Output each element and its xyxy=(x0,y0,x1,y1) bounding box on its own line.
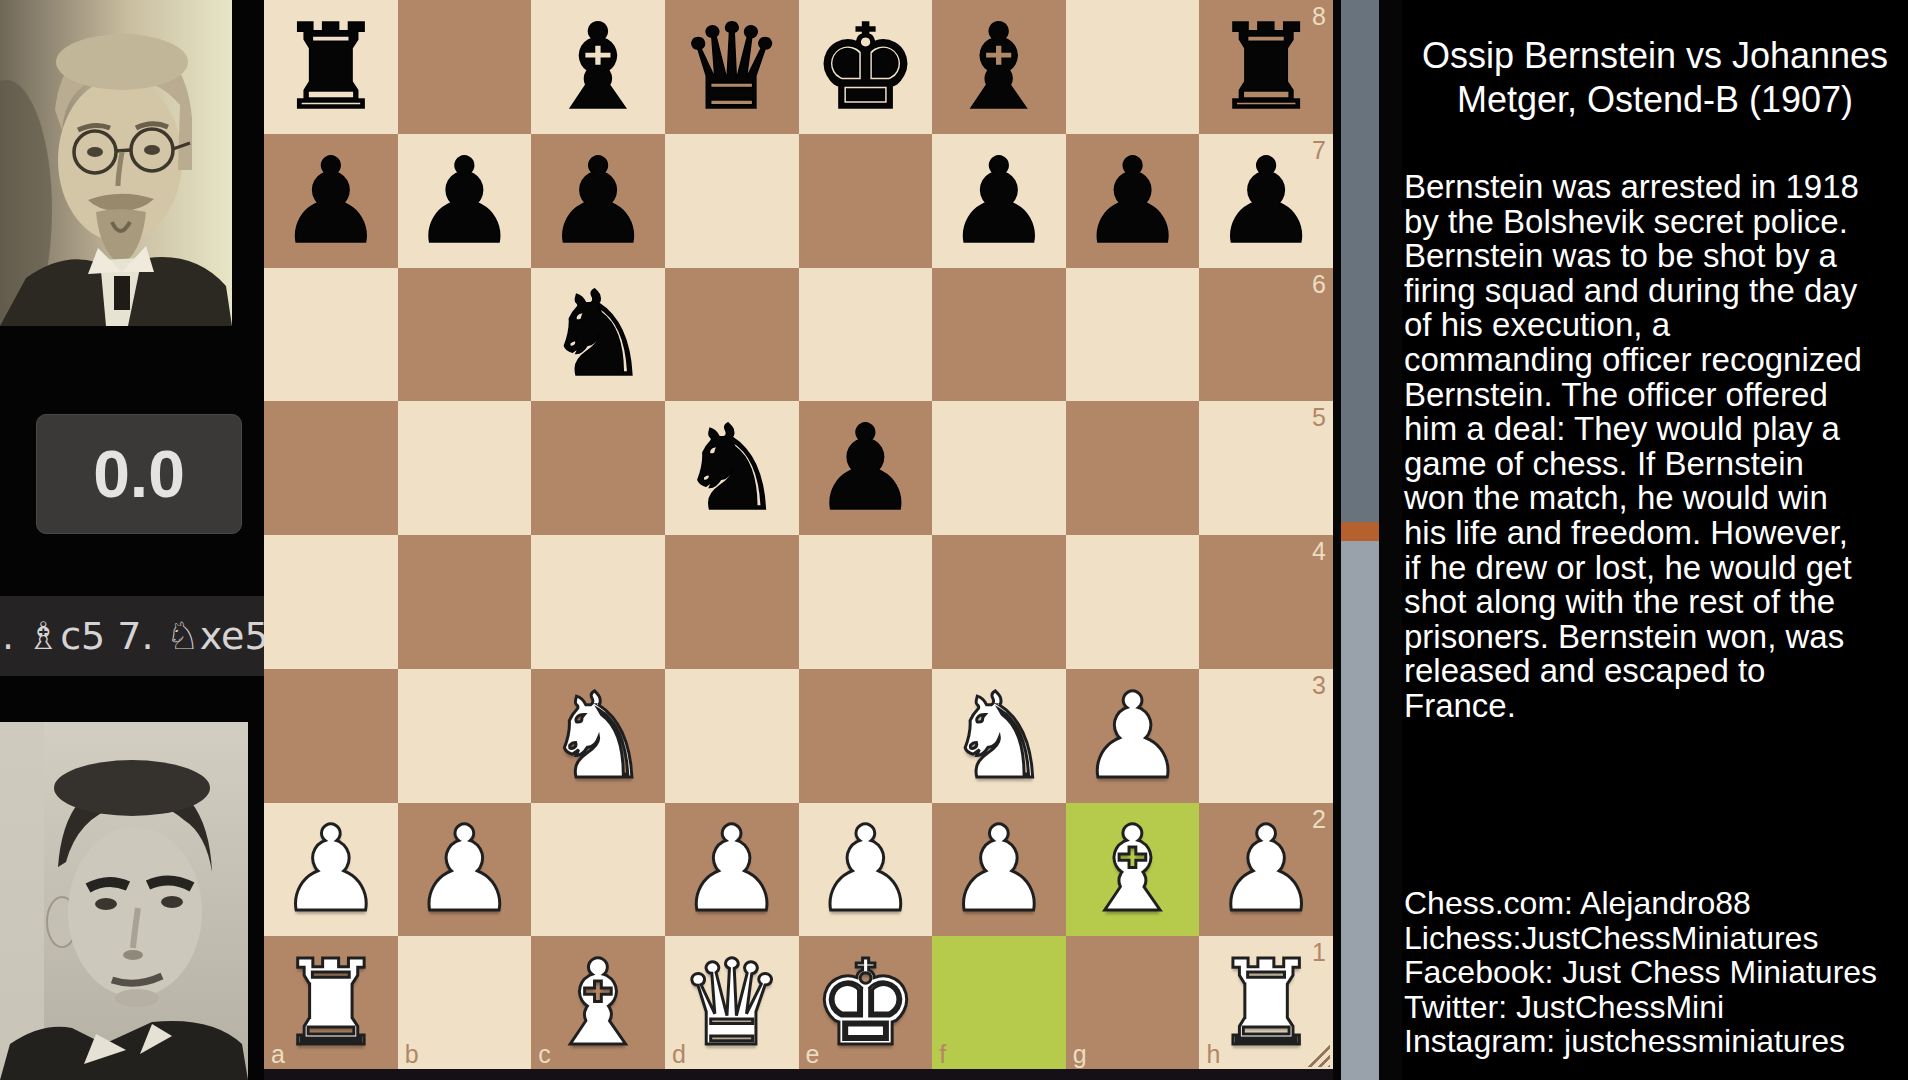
move-notation-bar[interactable]: . ♗c5 7. ♘xe5 ♗ xyxy=(0,596,264,676)
square-e6[interactable] xyxy=(799,268,933,402)
square-e4[interactable] xyxy=(799,535,933,669)
square-c1[interactable]: ♝c xyxy=(531,936,665,1070)
square-b5[interactable] xyxy=(398,401,532,535)
piece-black-rook-a8[interactable]: ♜ xyxy=(278,8,384,126)
piece-white-bishop-c1[interactable]: ♝ xyxy=(545,944,651,1062)
square-h8[interactable]: ♜8 xyxy=(1199,0,1333,134)
story-line: by the Bolshevik secret police. xyxy=(1404,205,1908,240)
piece-white-pawn-a2[interactable]: ♟ xyxy=(278,810,384,928)
story-line: commanding officer recognized xyxy=(1404,343,1908,378)
square-g7[interactable]: ♟ xyxy=(1066,134,1200,268)
piece-black-knight-c6[interactable]: ♞ xyxy=(545,275,651,393)
file-label-g: g xyxy=(1073,1042,1087,1067)
game-title-line1: Ossip Bernstein vs Johannes xyxy=(1402,34,1908,78)
file-label-f: f xyxy=(939,1042,946,1067)
square-e7[interactable] xyxy=(799,134,933,268)
square-g2[interactable]: ♝ xyxy=(1066,803,1200,937)
video-frame: 0.0 . ♗c5 7. ♘xe5 ♗ xyxy=(0,0,1908,1080)
square-f7[interactable]: ♟ xyxy=(932,134,1066,268)
square-e3[interactable] xyxy=(799,669,933,803)
piece-black-knight-d5[interactable]: ♞ xyxy=(679,409,785,527)
square-f5[interactable] xyxy=(932,401,1066,535)
square-f3[interactable]: ♞ xyxy=(932,669,1066,803)
square-b1[interactable]: b xyxy=(398,936,532,1070)
square-d4[interactable] xyxy=(665,535,799,669)
social-line: Chess.com: Alejandro88 xyxy=(1404,886,1908,921)
story-line: Bernstein. The officer offered xyxy=(1404,378,1908,413)
square-f4[interactable] xyxy=(932,535,1066,669)
engine-eval-value: 0.0 xyxy=(93,436,185,512)
square-a6[interactable] xyxy=(264,268,398,402)
move-notation-text: . ♗c5 7. ♘xe5 ♗ xyxy=(0,614,264,658)
piece-black-bishop-f8[interactable]: ♝ xyxy=(946,8,1052,126)
square-a1[interactable]: ♜a xyxy=(264,936,398,1070)
game-title: Ossip Bernstein vs Johannes Metger, Oste… xyxy=(1402,34,1908,122)
square-a4[interactable] xyxy=(264,535,398,669)
square-d2[interactable]: ♟ xyxy=(665,803,799,937)
story-line: if he drew or lost, he would get xyxy=(1404,551,1908,586)
square-g8[interactable] xyxy=(1066,0,1200,134)
rank-label-7: 7 xyxy=(1312,138,1326,163)
scrollbar-marker xyxy=(1341,522,1379,541)
piece-black-pawn-f7[interactable]: ♟ xyxy=(946,142,1052,260)
social-line: Lichess:JustChessMiniatures xyxy=(1404,921,1908,956)
square-e8[interactable]: ♚ xyxy=(799,0,933,134)
social-line: Instagram: justchessminiatures xyxy=(1404,1024,1908,1059)
square-d3[interactable] xyxy=(665,669,799,803)
piece-black-queen-d8[interactable]: ♛ xyxy=(679,8,785,126)
square-c3[interactable]: ♞ xyxy=(531,669,665,803)
scrollbar-track-top[interactable] xyxy=(1341,0,1379,522)
story-line: his life and freedom. However, xyxy=(1404,516,1908,551)
square-h2[interactable]: ♟2 xyxy=(1199,803,1333,937)
file-label-d: d xyxy=(672,1042,686,1067)
piece-black-pawn-h7[interactable]: ♟ xyxy=(1213,142,1319,260)
rank-label-6: 6 xyxy=(1312,272,1326,297)
piece-black-king-e8[interactable]: ♚ xyxy=(812,8,918,126)
bernstein-portrait-image xyxy=(0,722,248,1080)
piece-white-pawn-b2[interactable]: ♟ xyxy=(412,810,518,928)
square-a2[interactable]: ♟ xyxy=(264,803,398,937)
square-d1[interactable]: ♛d xyxy=(665,936,799,1070)
story-line: won the match, he would win xyxy=(1404,481,1908,516)
story-line: shot along with the rest of the xyxy=(1404,585,1908,620)
chess-board[interactable]: ♜♝♛♚♝♜8♟♟♟♟♟♟7♞6♞♟54♞♞♟3♟♟♟♟♟♝♟2♜ab♝c♛d♚… xyxy=(264,0,1333,1070)
square-a5[interactable] xyxy=(264,401,398,535)
story-line: Bernstein was to be shot by a xyxy=(1404,239,1908,274)
file-label-c: c xyxy=(538,1042,551,1067)
square-h7[interactable]: ♟7 xyxy=(1199,134,1333,268)
square-g1[interactable]: g xyxy=(1066,936,1200,1070)
square-h1[interactable]: ♜1h xyxy=(1199,936,1333,1070)
square-h4[interactable]: 4 xyxy=(1199,535,1333,669)
square-f8[interactable]: ♝ xyxy=(932,0,1066,134)
file-label-e: e xyxy=(806,1042,820,1067)
square-c8[interactable]: ♝ xyxy=(531,0,665,134)
square-b7[interactable]: ♟ xyxy=(398,134,532,268)
square-g5[interactable] xyxy=(1066,401,1200,535)
square-f2[interactable]: ♟ xyxy=(932,803,1066,937)
piece-white-queen-d1[interactable]: ♛ xyxy=(679,944,785,1062)
piece-white-pawn-g3[interactable]: ♟ xyxy=(1080,677,1186,795)
square-f1[interactable]: f xyxy=(932,936,1066,1070)
rank-label-2: 2 xyxy=(1312,807,1326,832)
piece-white-rook-a1[interactable]: ♜ xyxy=(278,944,384,1062)
square-b6[interactable] xyxy=(398,268,532,402)
square-c4[interactable] xyxy=(531,535,665,669)
square-c2[interactable] xyxy=(531,803,665,937)
piece-white-king-e1[interactable]: ♚ xyxy=(812,944,918,1062)
rank-label-1: 1 xyxy=(1312,940,1326,965)
piece-black-rook-h8[interactable]: ♜ xyxy=(1213,8,1319,126)
square-h3[interactable]: 3 xyxy=(1199,669,1333,803)
square-d6[interactable] xyxy=(665,268,799,402)
square-a8[interactable]: ♜ xyxy=(264,0,398,134)
piece-black-pawn-b7[interactable]: ♟ xyxy=(412,142,518,260)
story-line: of his execution, a xyxy=(1404,308,1908,343)
piece-white-bishop-g2[interactable]: ♝ xyxy=(1080,810,1186,928)
square-a7[interactable]: ♟ xyxy=(264,134,398,268)
square-d8[interactable]: ♛ xyxy=(665,0,799,134)
story-text: Bernstein was arrested in 1918by the Bol… xyxy=(1404,170,1908,724)
game-title-line2: Metger, Ostend-B (1907) xyxy=(1402,78,1908,122)
square-f6[interactable] xyxy=(932,268,1066,402)
square-b2[interactable]: ♟ xyxy=(398,803,532,937)
square-d5[interactable]: ♞ xyxy=(665,401,799,535)
info-panel: Ossip Bernstein vs Johannes Metger, Oste… xyxy=(1402,0,1908,1080)
square-e2[interactable]: ♟ xyxy=(799,803,933,937)
rank-label-4: 4 xyxy=(1312,539,1326,564)
engine-eval-box: 0.0 xyxy=(36,414,242,534)
piece-white-knight-f3[interactable]: ♞ xyxy=(946,677,1052,795)
social-line: Twitter: JustChessMini xyxy=(1404,990,1908,1025)
file-label-a: a xyxy=(271,1042,285,1067)
square-b8[interactable] xyxy=(398,0,532,134)
rank-label-3: 3 xyxy=(1312,673,1326,698)
square-b3[interactable] xyxy=(398,669,532,803)
file-label-h: h xyxy=(1206,1042,1220,1067)
square-g3[interactable]: ♟ xyxy=(1066,669,1200,803)
square-g6[interactable] xyxy=(1066,268,1200,402)
story-line: Bernstein was arrested in 1918 xyxy=(1404,170,1908,205)
story-line: game of chess. If Bernstein xyxy=(1404,447,1908,482)
square-c7[interactable]: ♟ xyxy=(531,134,665,268)
square-e1[interactable]: ♚e xyxy=(799,936,933,1070)
story-line: released and escaped to xyxy=(1404,654,1908,689)
story-line: France. xyxy=(1404,689,1908,724)
square-g4[interactable] xyxy=(1066,535,1200,669)
piece-black-pawn-a7[interactable]: ♟ xyxy=(278,142,384,260)
story-line: firing squad and during the day xyxy=(1404,274,1908,309)
file-label-b: b xyxy=(405,1042,419,1067)
square-c6[interactable]: ♞ xyxy=(531,268,665,402)
player-photo-metger xyxy=(0,0,232,326)
piece-white-pawn-e2[interactable]: ♟ xyxy=(812,810,918,928)
story-line: him a deal: They would play a xyxy=(1404,412,1908,447)
square-a3[interactable] xyxy=(264,669,398,803)
piece-black-pawn-g7[interactable]: ♟ xyxy=(1080,142,1186,260)
square-d7[interactable] xyxy=(665,134,799,268)
scrollbar-track-bottom[interactable] xyxy=(1341,541,1379,1080)
square-b4[interactable] xyxy=(398,535,532,669)
board-bottom-edge xyxy=(264,1069,1333,1080)
social-links: Chess.com: Alejandro88Lichess:JustChessM… xyxy=(1404,886,1908,1059)
piece-white-pawn-h2[interactable]: ♟ xyxy=(1213,810,1319,928)
rank-label-8: 8 xyxy=(1312,4,1326,29)
square-c5[interactable] xyxy=(531,401,665,535)
square-e5[interactable]: ♟ xyxy=(799,401,933,535)
piece-black-pawn-e5[interactable]: ♟ xyxy=(812,409,918,527)
player-photo-bernstein xyxy=(0,722,248,1080)
square-h6[interactable]: 6 xyxy=(1199,268,1333,402)
piece-white-pawn-d2[interactable]: ♟ xyxy=(679,810,785,928)
square-h5[interactable]: 5 xyxy=(1199,401,1333,535)
metger-portrait-image xyxy=(0,0,232,326)
scrollbar[interactable] xyxy=(1333,0,1402,1080)
story-line: prisoners. Bernstein won, was xyxy=(1404,620,1908,655)
social-line: Facebook: Just Chess Miniatures xyxy=(1404,955,1908,990)
piece-white-pawn-f2[interactable]: ♟ xyxy=(946,810,1052,928)
piece-black-bishop-c8[interactable]: ♝ xyxy=(545,8,651,126)
left-sidebar: 0.0 . ♗c5 7. ♘xe5 ♗ xyxy=(0,0,264,1080)
piece-white-knight-c3[interactable]: ♞ xyxy=(545,677,651,795)
piece-white-rook-h1[interactable]: ♜ xyxy=(1213,944,1319,1062)
piece-black-pawn-c7[interactable]: ♟ xyxy=(545,142,651,260)
rank-label-5: 5 xyxy=(1312,405,1326,430)
